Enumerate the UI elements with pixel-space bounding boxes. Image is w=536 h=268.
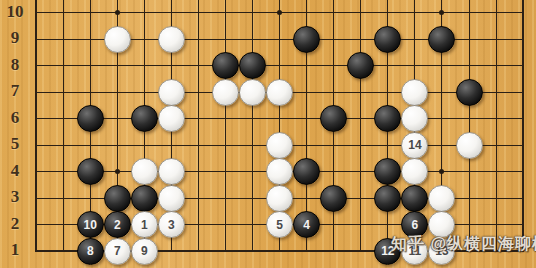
white-stone: [428, 185, 455, 212]
row-label: 1: [0, 240, 30, 260]
black-stone: 10: [77, 211, 104, 238]
black-stone: [347, 52, 374, 79]
white-stone: [212, 79, 239, 106]
row-label: 6: [0, 108, 30, 128]
black-stone: [428, 26, 455, 53]
row-label: 2: [0, 214, 30, 234]
row-label: 3: [0, 187, 30, 207]
black-stone: [131, 185, 158, 212]
grid-line-vertical: [225, 0, 226, 252]
row-label: 10: [0, 2, 30, 22]
star-point: [277, 10, 282, 15]
black-stone: [77, 158, 104, 185]
move-number: 14: [408, 139, 421, 151]
black-stone: [320, 185, 347, 212]
white-stone: [266, 132, 293, 159]
star-point: [115, 169, 120, 174]
black-stone: 4: [293, 211, 320, 238]
white-stone: [158, 26, 185, 53]
grid-line-horizontal: [35, 65, 524, 66]
move-number: 10: [84, 219, 97, 231]
white-stone: 3: [158, 211, 185, 238]
black-stone: [104, 185, 131, 212]
move-number: 5: [276, 219, 283, 231]
move-number: 8: [87, 245, 94, 257]
white-stone: [266, 79, 293, 106]
black-stone: [293, 158, 320, 185]
white-stone: [266, 185, 293, 212]
black-stone: [320, 105, 347, 132]
white-stone: 1: [131, 211, 158, 238]
row-label: 4: [0, 161, 30, 181]
black-stone: [374, 158, 401, 185]
white-stone: [266, 158, 293, 185]
white-stone: [401, 79, 428, 106]
move-number: 9: [141, 245, 148, 257]
black-stone: [212, 52, 239, 79]
row-label: 8: [0, 55, 30, 75]
black-stone: [456, 79, 483, 106]
white-stone: [158, 185, 185, 212]
row-label: 9: [0, 28, 30, 48]
star-point: [439, 10, 444, 15]
grid-line-vertical: [469, 0, 470, 252]
white-stone: [456, 132, 483, 159]
move-number: 6: [412, 219, 419, 231]
black-stone: [131, 105, 158, 132]
move-number: 4: [303, 219, 310, 231]
grid-line-vertical: [198, 0, 199, 252]
black-stone: [374, 26, 401, 53]
grid-line-vertical: [252, 0, 253, 252]
black-stone: [77, 105, 104, 132]
white-stone: [104, 26, 131, 53]
grid-line-vertical: [63, 0, 64, 252]
white-stone: 14: [401, 132, 428, 159]
row-label: 5: [0, 134, 30, 154]
black-stone: 2: [104, 211, 131, 238]
white-stone: [158, 105, 185, 132]
white-stone: [131, 158, 158, 185]
grid-line-vertical: [360, 0, 361, 252]
move-number: 3: [168, 219, 175, 231]
black-stone: [239, 52, 266, 79]
white-stone: 9: [131, 238, 158, 265]
white-stone: [239, 79, 266, 106]
black-stone: [374, 185, 401, 212]
black-stone: 8: [77, 238, 104, 265]
watermark: 知乎 @纵横四海聊棋: [391, 234, 536, 255]
star-point: [115, 10, 120, 15]
black-stone: [293, 26, 320, 53]
black-stone: [401, 185, 428, 212]
go-board: 知乎 @纵横四海聊棋 12345678910141021354687912111…: [0, 0, 536, 268]
move-number: 1: [141, 219, 148, 231]
white-stone: [158, 158, 185, 185]
move-number: 7: [114, 245, 121, 257]
white-stone: [401, 105, 428, 132]
move-number: 2: [114, 219, 121, 231]
row-label: 7: [0, 81, 30, 101]
white-stone: 7: [104, 238, 131, 265]
white-stone: [401, 158, 428, 185]
grid-line-horizontal: [35, 118, 524, 119]
grid-line-vertical: [522, 0, 524, 252]
grid-line-vertical: [35, 0, 37, 252]
black-stone: [374, 105, 401, 132]
star-point: [439, 169, 444, 174]
grid-line-vertical: [496, 0, 497, 252]
white-stone: [158, 79, 185, 106]
white-stone: 5: [266, 211, 293, 238]
